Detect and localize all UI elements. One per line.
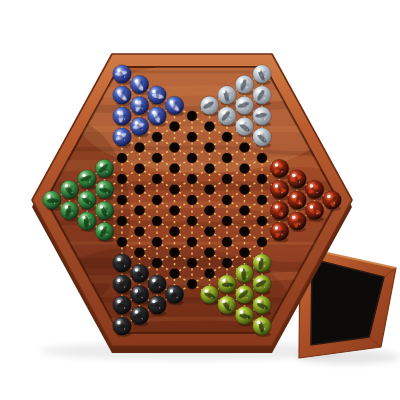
hole-c9-r1[interactable] (205, 122, 215, 132)
hole-c8-r5[interactable] (187, 216, 197, 226)
hole-c11-r6[interactable] (240, 206, 250, 216)
hole-c8-r0[interactable] (187, 111, 197, 121)
hole-c7-r5[interactable] (170, 206, 180, 216)
hole-c4-r4[interactable] (117, 153, 127, 163)
hole-c9-r2[interactable] (205, 143, 215, 153)
hole-c11-r7[interactable] (240, 227, 250, 237)
hole-c10-r8[interactable] (222, 258, 232, 268)
hole-c7-r1[interactable] (170, 122, 180, 132)
hole-c8-r8[interactable] (187, 279, 197, 289)
hole-c12-r7[interactable] (257, 216, 267, 226)
hole-c6-r4[interactable] (152, 174, 162, 184)
hole-c6-r3[interactable] (152, 153, 162, 163)
product-photo-scene (0, 0, 400, 400)
hole-c7-r2[interactable] (170, 143, 180, 153)
hole-c9-r7[interactable] (205, 248, 215, 258)
hole-c6-r5[interactable] (152, 195, 162, 205)
hole-c12-r5[interactable] (257, 174, 267, 184)
hole-c7-r8[interactable] (170, 269, 180, 279)
hole-c6-r7[interactable] (152, 237, 162, 247)
hole-c5-r7[interactable] (135, 227, 145, 237)
hole-c10-r6[interactable] (222, 216, 232, 226)
hole-c5-r3[interactable] (135, 143, 145, 153)
hole-c9-r5[interactable] (205, 206, 215, 216)
hole-c5-r4[interactable] (135, 164, 145, 174)
hole-c12-r8[interactable] (257, 237, 267, 247)
hole-c10-r3[interactable] (222, 153, 232, 163)
hole-c6-r2[interactable] (152, 132, 162, 142)
hole-c10-r7[interactable] (222, 237, 232, 247)
hole-c5-r6[interactable] (135, 206, 145, 216)
hole-c5-r5[interactable] (135, 185, 145, 195)
hole-c6-r6[interactable] (152, 216, 162, 226)
hole-c4-r6[interactable] (117, 195, 127, 205)
hole-c8-r3[interactable] (187, 174, 197, 184)
hole-c8-r4[interactable] (187, 195, 197, 205)
hole-c11-r5[interactable] (240, 185, 250, 195)
hole-c10-r4[interactable] (222, 174, 232, 184)
hole-c4-r7[interactable] (117, 216, 127, 226)
hole-c11-r8[interactable] (240, 248, 250, 258)
hole-c9-r8[interactable] (205, 269, 215, 279)
hole-c8-r2[interactable] (187, 153, 197, 163)
hole-c10-r2[interactable] (222, 132, 232, 142)
hole-c5-r8[interactable] (135, 248, 145, 258)
hole-c12-r6[interactable] (257, 195, 267, 205)
hole-c9-r6[interactable] (205, 227, 215, 237)
hole-c7-r6[interactable] (170, 227, 180, 237)
hole-c4-r5[interactable] (117, 174, 127, 184)
hole-c10-r5[interactable] (222, 195, 232, 205)
hole-c8-r1[interactable] (187, 132, 197, 142)
hole-c7-r3[interactable] (170, 164, 180, 174)
hole-c12-r4[interactable] (257, 153, 267, 163)
hole-c11-r4[interactable] (240, 164, 250, 174)
chinese-checkers-board (0, 0, 400, 400)
hole-c9-r3[interactable] (205, 164, 215, 174)
hole-c4-r8[interactable] (117, 237, 127, 247)
hole-c9-r4[interactable] (205, 185, 215, 195)
hole-c6-r8[interactable] (152, 258, 162, 268)
hole-c7-r4[interactable] (170, 185, 180, 195)
hole-c8-r7[interactable] (187, 258, 197, 268)
hole-c11-r3[interactable] (240, 143, 250, 153)
hole-c8-r6[interactable] (187, 237, 197, 247)
hole-c7-r7[interactable] (170, 248, 180, 258)
